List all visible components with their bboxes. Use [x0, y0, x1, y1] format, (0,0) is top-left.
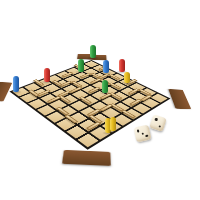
pawn-peg: [90, 45, 96, 58]
pawn-green[interactable]: [90, 45, 96, 58]
pawn-yellow[interactable]: [124, 72, 130, 83]
pawn-blue[interactable]: [103, 60, 109, 73]
maze-wall: [108, 82, 121, 89]
pawn-peg: [13, 76, 19, 92]
die-pip: [154, 118, 157, 121]
pawn-green[interactable]: [102, 80, 108, 93]
maze-wall: [79, 96, 93, 104]
die-pip: [136, 129, 139, 132]
pawn-green[interactable]: [78, 59, 84, 72]
die-2[interactable]: [149, 114, 167, 132]
pawn-red[interactable]: [119, 59, 125, 72]
die-pip: [158, 125, 161, 128]
pawn-peg: [44, 68, 50, 82]
corner-base-bottom: [62, 150, 111, 166]
pawn-red[interactable]: [44, 68, 50, 82]
board-cell: [77, 133, 99, 147]
pawn-peg: [124, 72, 130, 83]
pawn-yellow[interactable]: [110, 117, 116, 131]
die-pip: [145, 134, 148, 137]
pawn-peg: [102, 80, 108, 93]
pawn-peg: [103, 60, 109, 73]
pawn-blue[interactable]: [13, 76, 19, 92]
product-photo: [0, 0, 200, 200]
pawn-peg: [110, 117, 116, 131]
corner-base-right: [169, 89, 192, 109]
pawn-peg: [119, 59, 125, 72]
die-1[interactable]: [133, 124, 151, 142]
die-pip: [140, 131, 143, 134]
pawn-peg: [78, 59, 84, 72]
maze-wall: [64, 114, 79, 123]
